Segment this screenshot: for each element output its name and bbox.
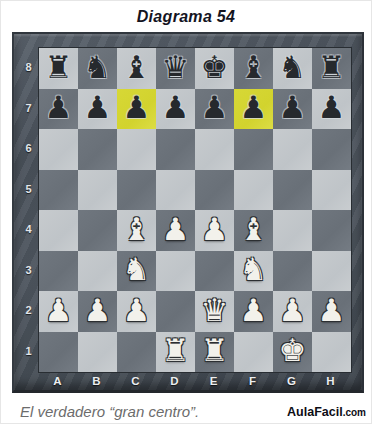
square-d7: ♟	[156, 89, 195, 130]
square-g4	[273, 210, 312, 251]
piece-white-rook-d1: ♜	[162, 335, 190, 366]
piece-white-pawn-e4: ♟	[201, 214, 229, 245]
piece-white-knight-f3: ♞	[240, 254, 268, 285]
square-g3	[273, 251, 312, 292]
square-a7: ♟	[39, 89, 78, 130]
square-f8: ♝	[234, 48, 273, 89]
square-f4: ♝	[234, 210, 273, 251]
square-c8: ♝	[117, 48, 156, 89]
piece-white-pawn-b2: ♟	[84, 295, 112, 326]
square-b3	[78, 251, 117, 292]
piece-white-bishop-f4: ♝	[240, 214, 268, 245]
square-g5	[273, 170, 312, 211]
square-a8: ♜	[39, 48, 78, 89]
piece-white-bishop-c4: ♝	[123, 214, 151, 245]
square-f2: ♟	[234, 291, 273, 332]
square-d5	[156, 170, 195, 211]
square-c5	[117, 170, 156, 211]
square-a3	[39, 251, 78, 292]
file-label-g: G	[272, 371, 311, 390]
square-f1	[234, 332, 273, 373]
square-d4: ♟	[156, 210, 195, 251]
piece-white-pawn-d4: ♟	[162, 214, 190, 245]
square-f7: ♟	[234, 89, 273, 130]
piece-white-pawn-f2: ♟	[240, 295, 268, 326]
square-c2: ♟	[117, 291, 156, 332]
footer: El verdadero “gran centro”. AulaFacil.co…	[1, 398, 371, 424]
piece-white-king-g1: ♚	[279, 335, 307, 366]
square-c3: ♞	[117, 251, 156, 292]
square-a5	[39, 170, 78, 211]
piece-black-bishop-f8: ♝	[240, 52, 268, 83]
square-h8: ♜	[312, 48, 351, 89]
piece-white-knight-c3: ♞	[123, 254, 151, 285]
square-e5	[195, 170, 234, 211]
piece-black-rook-a8: ♜	[45, 52, 73, 83]
piece-black-pawn-c7: ♟	[123, 92, 151, 123]
rank-label-6: 6	[14, 128, 38, 169]
square-g7: ♟	[273, 89, 312, 130]
piece-white-pawn-g2: ♟	[279, 295, 307, 326]
piece-black-pawn-a7: ♟	[45, 92, 73, 123]
square-b2: ♟	[78, 291, 117, 332]
square-b1	[78, 332, 117, 373]
chess-board: ♜♞♝♛♚♝♞♜♟♟♟♟♟♟♟♟♝♟♟♝♞♞♟♟♟♛♟♟♟♜♜♚	[38, 47, 352, 373]
square-a4	[39, 210, 78, 251]
square-a6	[39, 129, 78, 170]
piece-white-pawn-a2: ♟	[45, 295, 73, 326]
file-labels: ABCDEFGH	[38, 371, 350, 390]
piece-black-pawn-f7: ♟	[240, 92, 268, 123]
square-g1: ♚	[273, 332, 312, 373]
square-c1	[117, 332, 156, 373]
file-label-c: C	[116, 371, 155, 390]
piece-black-pawn-e7: ♟	[201, 92, 229, 123]
rank-label-7: 7	[14, 88, 38, 129]
file-label-f: F	[233, 371, 272, 390]
square-h4	[312, 210, 351, 251]
square-e1: ♜	[195, 332, 234, 373]
file-label-h: H	[311, 371, 350, 390]
piece-black-pawn-b7: ♟	[84, 92, 112, 123]
square-h1	[312, 332, 351, 373]
square-e8: ♚	[195, 48, 234, 89]
square-e3	[195, 251, 234, 292]
piece-black-queen-d8: ♛	[162, 52, 190, 83]
square-f6	[234, 129, 273, 170]
square-c7: ♟	[117, 89, 156, 130]
piece-black-king-e8: ♚	[201, 52, 229, 83]
square-e6	[195, 129, 234, 170]
square-d6	[156, 129, 195, 170]
square-b8: ♞	[78, 48, 117, 89]
square-h5	[312, 170, 351, 211]
piece-white-pawn-h2: ♟	[318, 295, 346, 326]
rank-label-3: 3	[14, 250, 38, 291]
piece-black-pawn-d7: ♟	[162, 92, 190, 123]
piece-white-rook-e1: ♜	[201, 335, 229, 366]
piece-black-bishop-c8: ♝	[123, 52, 151, 83]
brand-logo: AulaFacil.com	[287, 402, 366, 420]
square-d1: ♜	[156, 332, 195, 373]
piece-white-pawn-c2: ♟	[123, 295, 151, 326]
piece-black-knight-g8: ♞	[279, 52, 307, 83]
file-label-d: D	[155, 371, 194, 390]
file-label-a: A	[38, 371, 77, 390]
piece-white-queen-e2: ♛	[201, 295, 229, 326]
square-a1	[39, 332, 78, 373]
square-d3	[156, 251, 195, 292]
square-g8: ♞	[273, 48, 312, 89]
square-f5	[234, 170, 273, 211]
caption: El verdadero “gran centro”.	[20, 403, 199, 420]
rank-label-1: 1	[14, 331, 38, 372]
square-a2: ♟	[39, 291, 78, 332]
brand-name: AulaFacil	[287, 405, 343, 419]
square-b5	[78, 170, 117, 211]
file-label-e: E	[194, 371, 233, 390]
square-d8: ♛	[156, 48, 195, 89]
square-b4	[78, 210, 117, 251]
square-h6	[312, 129, 351, 170]
file-label-b: B	[77, 371, 116, 390]
square-c6	[117, 129, 156, 170]
square-e7: ♟	[195, 89, 234, 130]
square-b6	[78, 129, 117, 170]
square-h7: ♟	[312, 89, 351, 130]
rank-labels: 87654321	[14, 47, 38, 371]
piece-black-knight-b8: ♞	[84, 52, 112, 83]
piece-black-pawn-h7: ♟	[318, 92, 346, 123]
piece-black-pawn-g7: ♟	[279, 92, 307, 123]
square-e4: ♟	[195, 210, 234, 251]
square-c4: ♝	[117, 210, 156, 251]
brand-suffix: .com	[343, 407, 366, 418]
chess-board-frame: 87654321 ♜♞♝♛♚♝♞♜♟♟♟♟♟♟♟♟♝♟♟♝♞♞♟♟♟♛♟♟♟♜♜…	[12, 32, 364, 393]
rank-label-8: 8	[14, 47, 38, 88]
square-h3	[312, 251, 351, 292]
rank-label-5: 5	[14, 169, 38, 210]
page-title: Diagrama 54	[1, 8, 371, 26]
square-g2: ♟	[273, 291, 312, 332]
rank-label-2: 2	[14, 290, 38, 331]
square-b7: ♟	[78, 89, 117, 130]
square-f3: ♞	[234, 251, 273, 292]
square-d2	[156, 291, 195, 332]
piece-black-rook-h8: ♜	[318, 52, 346, 83]
square-e2: ♛	[195, 291, 234, 332]
square-g6	[273, 129, 312, 170]
rank-label-4: 4	[14, 209, 38, 250]
square-h2: ♟	[312, 291, 351, 332]
